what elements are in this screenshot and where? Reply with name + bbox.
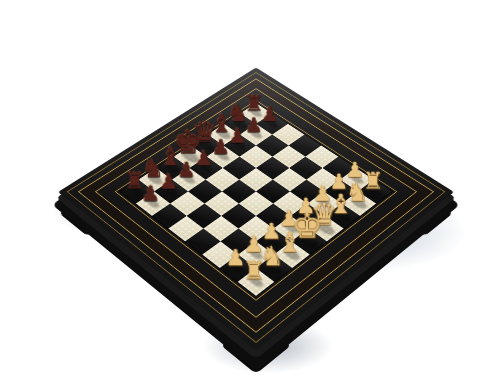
piece-glyph: ♟ bbox=[134, 184, 168, 205]
piece-glyph: ♜ bbox=[235, 258, 272, 283]
chess-board-3d: ♜♞♝♛♚♝♞♜♟♟♟♟♟♟♟♟♟♟♟♟♟♟♟♟♜♞♝♛♚♝♞♜ bbox=[58, 68, 454, 351]
chess-board: ♜♞♝♛♚♝♞♜♟♟♟♟♟♟♟♟♟♟♟♟♟♟♟♟♜♞♝♛♚♝♞♜ bbox=[58, 68, 454, 351]
photo-scene: ♜♞♝♛♚♝♞♜♟♟♟♟♟♟♟♟♟♟♟♟♟♟♟♟♜♞♝♛♚♝♞♜ bbox=[0, 0, 500, 389]
